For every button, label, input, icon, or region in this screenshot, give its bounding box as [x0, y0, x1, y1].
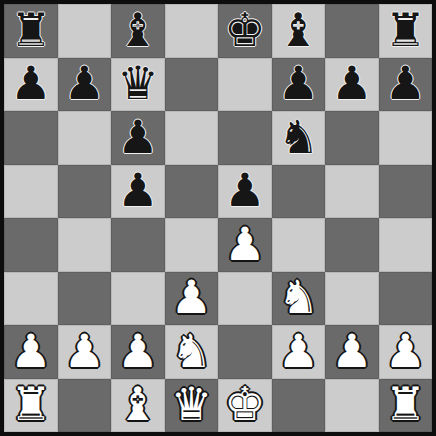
piece-white-pawn[interactable]: ♟: [117, 328, 158, 374]
square-d1[interactable]: ♛: [165, 379, 219, 433]
piece-black-pawn[interactable]: ♟: [117, 167, 158, 213]
piece-white-knight[interactable]: ♞: [278, 274, 319, 320]
square-e7[interactable]: [218, 58, 272, 112]
piece-black-queen[interactable]: ♛: [117, 60, 158, 106]
square-a4[interactable]: [4, 218, 58, 272]
piece-black-rook[interactable]: ♜: [10, 7, 51, 53]
square-a3[interactable]: [4, 272, 58, 326]
square-e6[interactable]: [218, 111, 272, 165]
square-h7[interactable]: ♟: [379, 58, 433, 112]
square-d6[interactable]: [165, 111, 219, 165]
square-g2[interactable]: ♟: [325, 325, 379, 379]
square-e3[interactable]: [218, 272, 272, 326]
piece-black-pawn[interactable]: ♟: [331, 60, 372, 106]
square-g5[interactable]: [325, 165, 379, 219]
square-f4[interactable]: [272, 218, 326, 272]
piece-black-rook[interactable]: ♜: [385, 7, 426, 53]
square-g8[interactable]: [325, 4, 379, 58]
piece-white-pawn[interactable]: ♟: [385, 328, 426, 374]
square-d3[interactable]: ♟: [165, 272, 219, 326]
piece-white-pawn[interactable]: ♟: [171, 274, 212, 320]
square-d2[interactable]: ♞: [165, 325, 219, 379]
square-h6[interactable]: [379, 111, 433, 165]
piece-black-pawn[interactable]: ♟: [224, 167, 265, 213]
piece-black-pawn[interactable]: ♟: [64, 60, 105, 106]
square-e4[interactable]: ♟: [218, 218, 272, 272]
square-g4[interactable]: [325, 218, 379, 272]
square-a5[interactable]: [4, 165, 58, 219]
piece-white-rook[interactable]: ♜: [385, 381, 426, 427]
piece-white-pawn[interactable]: ♟: [224, 221, 265, 267]
square-c1[interactable]: ♝: [111, 379, 165, 433]
square-d7[interactable]: [165, 58, 219, 112]
square-f3[interactable]: ♞: [272, 272, 326, 326]
square-a8[interactable]: ♜: [4, 4, 58, 58]
piece-white-rook[interactable]: ♜: [10, 381, 51, 427]
square-a7[interactable]: ♟: [4, 58, 58, 112]
chess-board: ♜♝♚♝♜♟♟♛♟♟♟♟♞♟♟♟♟♞♟♟♟♞♟♟♟♜♝♛♚♜: [4, 4, 432, 432]
square-d4[interactable]: [165, 218, 219, 272]
square-g7[interactable]: ♟: [325, 58, 379, 112]
piece-black-bishop[interactable]: ♝: [117, 7, 158, 53]
square-b4[interactable]: [58, 218, 112, 272]
square-a6[interactable]: [4, 111, 58, 165]
piece-white-pawn[interactable]: ♟: [331, 328, 372, 374]
piece-black-bishop[interactable]: ♝: [278, 7, 319, 53]
square-e2[interactable]: [218, 325, 272, 379]
square-a1[interactable]: ♜: [4, 379, 58, 433]
piece-white-pawn[interactable]: ♟: [10, 328, 51, 374]
piece-white-bishop[interactable]: ♝: [117, 381, 158, 427]
square-c5[interactable]: ♟: [111, 165, 165, 219]
square-h8[interactable]: ♜: [379, 4, 433, 58]
square-g6[interactable]: [325, 111, 379, 165]
piece-white-pawn[interactable]: ♟: [64, 328, 105, 374]
square-b2[interactable]: ♟: [58, 325, 112, 379]
piece-black-pawn[interactable]: ♟: [117, 114, 158, 160]
square-g1[interactable]: [325, 379, 379, 433]
piece-white-knight[interactable]: ♞: [171, 328, 212, 374]
square-h5[interactable]: [379, 165, 433, 219]
square-f8[interactable]: ♝: [272, 4, 326, 58]
square-c4[interactable]: [111, 218, 165, 272]
square-e8[interactable]: ♚: [218, 4, 272, 58]
square-c6[interactable]: ♟: [111, 111, 165, 165]
square-c3[interactable]: [111, 272, 165, 326]
square-b3[interactable]: [58, 272, 112, 326]
square-f6[interactable]: ♞: [272, 111, 326, 165]
square-g3[interactable]: [325, 272, 379, 326]
square-e5[interactable]: ♟: [218, 165, 272, 219]
piece-black-pawn[interactable]: ♟: [385, 60, 426, 106]
square-a2[interactable]: ♟: [4, 325, 58, 379]
piece-black-pawn[interactable]: ♟: [278, 60, 319, 106]
square-c2[interactable]: ♟: [111, 325, 165, 379]
square-h1[interactable]: ♜: [379, 379, 433, 433]
piece-black-king[interactable]: ♚: [224, 7, 265, 53]
square-f1[interactable]: [272, 379, 326, 433]
piece-black-knight[interactable]: ♞: [278, 114, 319, 160]
piece-white-king[interactable]: ♚: [224, 381, 265, 427]
square-h3[interactable]: [379, 272, 433, 326]
piece-white-pawn[interactable]: ♟: [278, 328, 319, 374]
square-f7[interactable]: ♟: [272, 58, 326, 112]
square-h2[interactable]: ♟: [379, 325, 433, 379]
square-d8[interactable]: [165, 4, 219, 58]
square-b1[interactable]: [58, 379, 112, 433]
square-d5[interactable]: [165, 165, 219, 219]
square-c7[interactable]: ♛: [111, 58, 165, 112]
square-b7[interactable]: ♟: [58, 58, 112, 112]
square-b5[interactable]: [58, 165, 112, 219]
square-f5[interactable]: [272, 165, 326, 219]
piece-white-queen[interactable]: ♛: [171, 381, 212, 427]
piece-black-pawn[interactable]: ♟: [10, 60, 51, 106]
chess-board-frame: ♜♝♚♝♜♟♟♛♟♟♟♟♞♟♟♟♟♞♟♟♟♞♟♟♟♜♝♛♚♜: [0, 0, 436, 436]
square-e1[interactable]: ♚: [218, 379, 272, 433]
square-b8[interactable]: [58, 4, 112, 58]
square-b6[interactable]: [58, 111, 112, 165]
square-c8[interactable]: ♝: [111, 4, 165, 58]
square-f2[interactable]: ♟: [272, 325, 326, 379]
square-h4[interactable]: [379, 218, 433, 272]
